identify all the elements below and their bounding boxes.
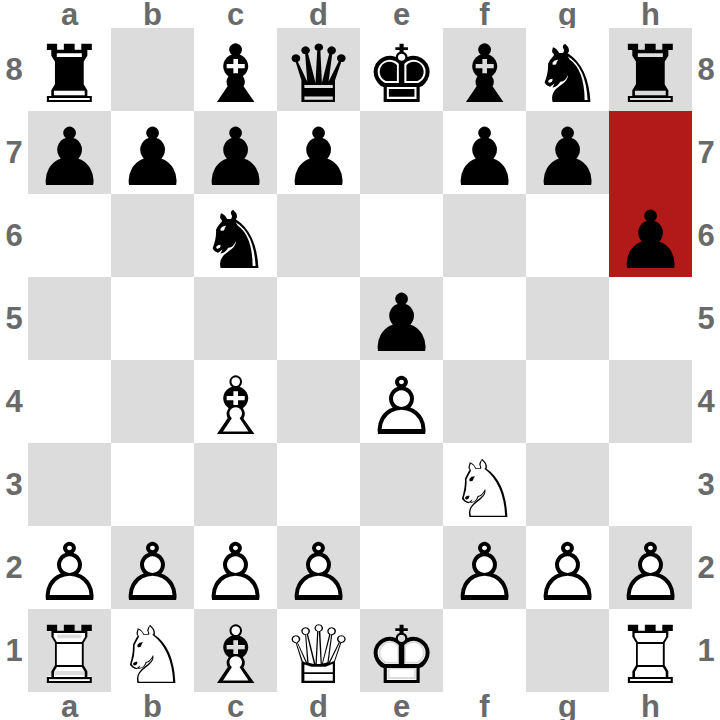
file-label-h-top: h [609, 0, 692, 28]
white-bishop-icon: ♝♗ [194, 360, 277, 443]
rank-label-1-right: 1 [692, 609, 720, 692]
square-e3[interactable] [360, 443, 443, 526]
rank-label-2-right: 2 [692, 526, 720, 609]
rank-label-2-left: 2 [0, 526, 28, 609]
square-h8[interactable]: ♜ [609, 28, 692, 111]
white-pawn-icon: ♟♙ [443, 526, 526, 609]
black-knight-icon: ♞ [526, 28, 609, 111]
white-pawn-icon: ♟♙ [28, 526, 111, 609]
square-a5[interactable] [28, 277, 111, 360]
black-pawn-icon: ♟ [28, 111, 111, 194]
rank-label-8-left: 8 [0, 28, 28, 111]
file-label-b-top: b [111, 0, 194, 28]
file-label-g-top: g [526, 0, 609, 28]
square-e8[interactable]: ♚ [360, 28, 443, 111]
black-rook-icon: ♜ [609, 28, 692, 111]
square-h1[interactable]: ♜♖ [609, 609, 692, 692]
black-pawn-glyph: ♟ [526, 116, 609, 199]
file-label-f-bottom: f [443, 692, 526, 720]
black-pawn-glyph: ♟ [609, 199, 692, 282]
rank-label-5-right: 5 [692, 277, 720, 360]
square-e6[interactable] [360, 194, 443, 277]
rank-label-4-right: 4 [692, 360, 720, 443]
rank-label-6-left: 6 [0, 194, 28, 277]
chess-board: abcdefgh8♜♝♛♚♝♞♜87♟♟♟♟♟♟76♞♟65♟54♝♗♟♙43♞… [0, 0, 720, 720]
square-h2[interactable]: ♟♙ [609, 526, 692, 609]
square-g7[interactable]: ♟ [526, 111, 609, 194]
square-a6[interactable] [28, 194, 111, 277]
file-label-d-top: d [277, 0, 360, 28]
square-d2[interactable]: ♟♙ [277, 526, 360, 609]
corner-spacer [692, 0, 720, 28]
square-g1[interactable] [526, 609, 609, 692]
square-d6[interactable] [277, 194, 360, 277]
white-pawn-icon: ♟♙ [360, 360, 443, 443]
rank-label-5-left: 5 [0, 277, 28, 360]
square-h5[interactable] [609, 277, 692, 360]
square-g5[interactable] [526, 277, 609, 360]
file-label-g-bottom: g [526, 692, 609, 720]
square-c5[interactable] [194, 277, 277, 360]
square-d7[interactable]: ♟ [277, 111, 360, 194]
square-g8[interactable]: ♞ [526, 28, 609, 111]
square-b4[interactable] [111, 360, 194, 443]
rank-label-7-right: 7 [692, 111, 720, 194]
square-c1[interactable]: ♝♗ [194, 609, 277, 692]
white-pawn-icon: ♟♙ [526, 526, 609, 609]
black-pawn-icon: ♟ [526, 111, 609, 194]
black-king-icon: ♚ [360, 28, 443, 111]
white-knight-icon: ♞♘ [443, 443, 526, 526]
rank-label-3-right: 3 [692, 443, 720, 526]
rank-label-1-left: 1 [0, 609, 28, 692]
white-king-outline: ♔ [360, 614, 443, 697]
white-knight-outline: ♘ [443, 448, 526, 531]
square-e7[interactable] [360, 111, 443, 194]
black-knight-glyph: ♞ [194, 199, 277, 282]
square-f3[interactable]: ♞♘ [443, 443, 526, 526]
square-a7[interactable]: ♟ [28, 111, 111, 194]
white-pawn-outline: ♙ [194, 531, 277, 614]
square-c4[interactable]: ♝♗ [194, 360, 277, 443]
square-g6[interactable] [526, 194, 609, 277]
corner-spacer [692, 692, 720, 720]
file-label-f-top: f [443, 0, 526, 28]
white-rook-icon: ♜♖ [609, 609, 692, 692]
square-d4[interactable] [277, 360, 360, 443]
square-f5[interactable] [443, 277, 526, 360]
black-bishop-glyph: ♝ [443, 33, 526, 116]
black-king-glyph: ♚ [360, 33, 443, 116]
square-g3[interactable] [526, 443, 609, 526]
white-pawn-icon: ♟♙ [609, 526, 692, 609]
white-queen-icon: ♛♕ [277, 609, 360, 692]
white-pawn-outline: ♙ [111, 531, 194, 614]
square-c7[interactable]: ♟ [194, 111, 277, 194]
corner-spacer [0, 0, 28, 28]
square-e4[interactable]: ♟♙ [360, 360, 443, 443]
square-f6[interactable] [443, 194, 526, 277]
black-pawn-glyph: ♟ [277, 116, 360, 199]
black-pawn-glyph: ♟ [360, 282, 443, 365]
square-b1[interactable]: ♞♘ [111, 609, 194, 692]
black-bishop-icon: ♝ [194, 28, 277, 111]
square-a8[interactable]: ♜ [28, 28, 111, 111]
black-rook-glyph: ♜ [609, 33, 692, 116]
square-d3[interactable] [277, 443, 360, 526]
square-b2[interactable]: ♟♙ [111, 526, 194, 609]
square-h4[interactable] [609, 360, 692, 443]
black-pawn-glyph: ♟ [28, 116, 111, 199]
black-knight-glyph: ♞ [526, 33, 609, 116]
file-label-a-top: a [28, 0, 111, 28]
square-f7[interactable]: ♟ [443, 111, 526, 194]
white-pawn-outline: ♙ [277, 531, 360, 614]
black-pawn-icon: ♟ [111, 111, 194, 194]
corner-spacer [0, 692, 28, 720]
square-g2[interactable]: ♟♙ [526, 526, 609, 609]
black-pawn-glyph: ♟ [194, 116, 277, 199]
white-pawn-outline: ♙ [443, 531, 526, 614]
file-label-c-top: c [194, 0, 277, 28]
black-pawn-icon: ♟ [443, 111, 526, 194]
square-b5[interactable] [111, 277, 194, 360]
square-a3[interactable] [28, 443, 111, 526]
white-pawn-outline: ♙ [609, 531, 692, 614]
rank-label-8-right: 8 [692, 28, 720, 111]
white-queen-outline: ♕ [277, 614, 360, 697]
black-pawn-glyph: ♟ [443, 116, 526, 199]
square-b6[interactable] [111, 194, 194, 277]
white-rook-icon: ♜♖ [28, 609, 111, 692]
black-bishop-icon: ♝ [443, 28, 526, 111]
black-pawn-icon: ♟ [360, 277, 443, 360]
rank-label-6-right: 6 [692, 194, 720, 277]
white-knight-outline: ♘ [111, 614, 194, 697]
white-pawn-icon: ♟♙ [194, 526, 277, 609]
square-d5[interactable] [277, 277, 360, 360]
black-pawn-icon: ♟ [194, 111, 277, 194]
rank-label-7-left: 7 [0, 111, 28, 194]
white-pawn-icon: ♟♙ [111, 526, 194, 609]
white-bishop-outline: ♗ [194, 365, 277, 448]
white-pawn-outline: ♙ [28, 531, 111, 614]
black-pawn-icon: ♟ [609, 194, 692, 277]
square-d8[interactable]: ♛ [277, 28, 360, 111]
white-bishop-outline: ♗ [194, 614, 277, 697]
white-pawn-outline: ♙ [360, 365, 443, 448]
black-queen-icon: ♛ [277, 28, 360, 111]
square-h7[interactable] [609, 111, 692, 194]
square-c8[interactable]: ♝ [194, 28, 277, 111]
file-label-e-top: e [360, 0, 443, 28]
square-f4[interactable] [443, 360, 526, 443]
black-pawn-icon: ♟ [277, 111, 360, 194]
square-a4[interactable] [28, 360, 111, 443]
white-rook-outline: ♖ [609, 614, 692, 697]
black-rook-glyph: ♜ [28, 33, 111, 116]
square-b8[interactable] [111, 28, 194, 111]
square-e2[interactable] [360, 526, 443, 609]
square-f8[interactable]: ♝ [443, 28, 526, 111]
white-rook-outline: ♖ [28, 614, 111, 697]
square-e1[interactable]: ♚♔ [360, 609, 443, 692]
square-b7[interactable]: ♟ [111, 111, 194, 194]
square-f1[interactable] [443, 609, 526, 692]
square-b3[interactable] [111, 443, 194, 526]
square-a2[interactable]: ♟♙ [28, 526, 111, 609]
black-bishop-glyph: ♝ [194, 33, 277, 116]
white-king-icon: ♚♔ [360, 609, 443, 692]
black-rook-icon: ♜ [28, 28, 111, 111]
square-d1[interactable]: ♛♕ [277, 609, 360, 692]
white-pawn-icon: ♟♙ [277, 526, 360, 609]
black-pawn-glyph: ♟ [111, 116, 194, 199]
rank-label-3-left: 3 [0, 443, 28, 526]
square-a1[interactable]: ♜♖ [28, 609, 111, 692]
square-h6[interactable]: ♟ [609, 194, 692, 277]
square-f2[interactable]: ♟♙ [443, 526, 526, 609]
square-h3[interactable] [609, 443, 692, 526]
white-knight-icon: ♞♘ [111, 609, 194, 692]
black-knight-icon: ♞ [194, 194, 277, 277]
square-c6[interactable]: ♞ [194, 194, 277, 277]
white-bishop-icon: ♝♗ [194, 609, 277, 692]
square-g4[interactable] [526, 360, 609, 443]
square-c3[interactable] [194, 443, 277, 526]
rank-label-4-left: 4 [0, 360, 28, 443]
white-pawn-outline: ♙ [526, 531, 609, 614]
black-queen-glyph: ♛ [277, 33, 360, 116]
square-e5[interactable]: ♟ [360, 277, 443, 360]
square-c2[interactable]: ♟♙ [194, 526, 277, 609]
